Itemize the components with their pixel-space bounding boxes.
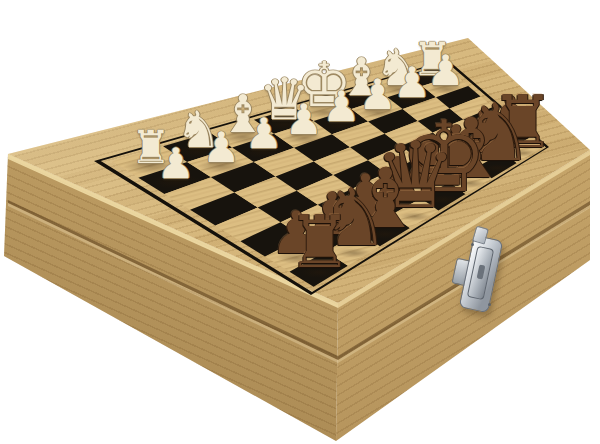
- piece-shadow: [262, 118, 307, 131]
- clasp-screw: [471, 243, 474, 246]
- piece-shadow: [300, 267, 339, 278]
- piece-black-knight: ♞: [462, 93, 534, 173]
- piece-shadow: [313, 233, 351, 244]
- piece-shadow: [440, 167, 471, 176]
- piece-shadow: [483, 164, 511, 172]
- clasp-screw: [488, 303, 491, 306]
- piece-shadow: [348, 215, 384, 225]
- piece-shadow: [321, 119, 362, 131]
- piece-shadow: [414, 73, 452, 84]
- piece-shadow: [509, 149, 537, 157]
- piece-black-rook: ♜: [490, 86, 555, 158]
- piece-shadow: [428, 84, 464, 95]
- metal-clasp: [440, 225, 530, 335]
- piece-shadow: [283, 132, 326, 144]
- piece-black-queen: ♛: [374, 130, 456, 222]
- piece-shadow: [358, 107, 397, 118]
- piece-shadow: [411, 183, 443, 192]
- piece-shadow: [341, 94, 382, 106]
- piece-shadow: [219, 130, 266, 144]
- piece-shadow: [496, 138, 525, 146]
- piece-shadow: [150, 174, 202, 189]
- piece-shadow: [394, 95, 431, 106]
- piece-black-bishop: ♝: [434, 106, 508, 189]
- chess-box-product-photo: ♜♞♝♛♚♝♞♜♟♟♟♟♟♟♟♟♟♟♟♟♟♟♟♟♜♞♝♛♚♝♞♜: [0, 0, 600, 444]
- piece-shadow: [378, 83, 417, 94]
- piece-shadow: [368, 229, 402, 239]
- piece-shadow: [336, 248, 372, 259]
- piece-shadow: [173, 144, 224, 159]
- piece-shadow: [456, 179, 485, 188]
- piece-shadow: [380, 199, 414, 209]
- piece-shadow: [276, 252, 317, 264]
- piece-shadow: [241, 145, 286, 158]
- pieces-layer: ♜♞♝♛♚♝♞♜♟♟♟♟♟♟♟♟♟♟♟♟♟♟♟♟♜♞♝♛♚♝♞♜: [0, 0, 600, 444]
- piece-shadow: [197, 159, 245, 173]
- piece-shadow: [469, 153, 499, 162]
- piece-shadow: [399, 212, 431, 221]
- piece-shadow: [429, 195, 460, 204]
- piece-shadow: [303, 106, 345, 118]
- piece-shadow: [123, 158, 178, 174]
- piece-black-bishop: ♝: [348, 157, 422, 240]
